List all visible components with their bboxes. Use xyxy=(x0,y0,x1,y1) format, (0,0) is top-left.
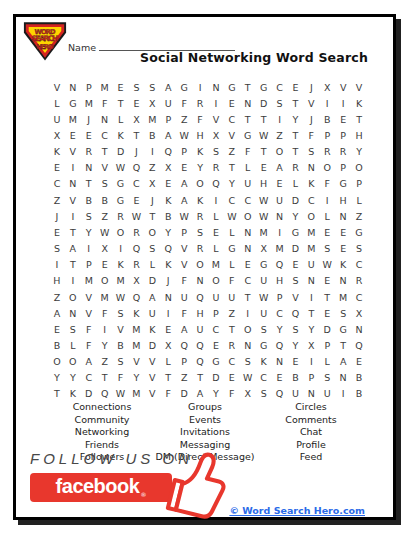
grid-cell: E xyxy=(81,127,97,143)
grid-cell: X xyxy=(49,127,65,143)
registered-mark-icon: ® xyxy=(140,491,146,498)
grid-cell: D xyxy=(144,337,160,353)
grid-cell: Y xyxy=(160,224,176,240)
grid-cell: O xyxy=(240,208,256,224)
grid-cell: W xyxy=(128,208,144,224)
grid-cell: S xyxy=(113,354,129,370)
grid-cell: Y xyxy=(192,160,208,176)
grid-cell: B xyxy=(160,208,176,224)
grid-cell: E xyxy=(208,337,224,353)
grid-cell: O xyxy=(49,354,65,370)
grid-cell: F xyxy=(303,127,319,143)
grid-cell: D xyxy=(287,192,303,208)
grid-cell: F xyxy=(319,176,335,192)
grid-cell: B xyxy=(97,192,113,208)
grid-cell: C xyxy=(351,257,367,273)
grid-cell: M xyxy=(303,240,319,256)
grid-cell: M xyxy=(335,289,351,305)
grid-cell: R xyxy=(81,144,97,160)
grid-cell: R xyxy=(319,144,335,160)
grid-cell: L xyxy=(208,208,224,224)
grid-cell: W xyxy=(176,127,192,143)
grid-cell: B xyxy=(49,337,65,353)
grid-cell: T xyxy=(224,321,240,337)
grid-cell: V xyxy=(303,95,319,111)
grid-cell: E xyxy=(272,176,288,192)
grid-cell: Q xyxy=(208,176,224,192)
grid-cell: Q xyxy=(272,257,288,273)
grid-cell: N xyxy=(303,273,319,289)
grid-cell: A xyxy=(160,127,176,143)
grid-cell: P xyxy=(303,370,319,386)
grid-cell: J xyxy=(81,111,97,127)
grid-cell: A xyxy=(272,160,288,176)
grid-cell: N xyxy=(97,111,113,127)
grid-cell: E xyxy=(272,370,288,386)
grid-cell: Y xyxy=(128,370,144,386)
grid-cell: J xyxy=(144,192,160,208)
grid-cell: Z xyxy=(97,354,113,370)
grid-cell: S xyxy=(144,79,160,95)
grid-cell: Y xyxy=(287,208,303,224)
grid-cell: O xyxy=(272,144,288,160)
svg-text:HERO: HERO xyxy=(36,43,54,51)
grid-cell: Q xyxy=(272,337,288,353)
grid-cell: V xyxy=(208,111,224,127)
grid-cell: S xyxy=(287,321,303,337)
grid-cell: G xyxy=(256,79,272,95)
grid-cell: X xyxy=(160,337,176,353)
grid-cell: P xyxy=(176,224,192,240)
grid-cell: I xyxy=(272,224,288,240)
grid-cell: L xyxy=(113,111,129,127)
facebook-badge[interactable]: facebook ® xyxy=(30,473,172,502)
grid-cell: U xyxy=(272,192,288,208)
grid-cell: E xyxy=(49,321,65,337)
grid-cell: S xyxy=(144,240,160,256)
grid-cell: A xyxy=(144,289,160,305)
grid-cell: E xyxy=(160,176,176,192)
grid-cell: G xyxy=(113,176,129,192)
grid-cell: X xyxy=(144,176,160,192)
grid-cell: T xyxy=(113,95,129,111)
grid-cell: V xyxy=(287,289,303,305)
grid-cell: S xyxy=(351,240,367,256)
grid-cell: K xyxy=(160,257,176,273)
grid-cell: Y xyxy=(224,176,240,192)
grid-cell: M xyxy=(303,224,319,240)
grid-cell: R xyxy=(113,208,129,224)
grid-cell: O xyxy=(144,224,160,240)
grid-cell: T xyxy=(97,370,113,386)
grid-cell: G xyxy=(335,321,351,337)
grid-cell: Y xyxy=(272,321,288,337)
grid-cell: T xyxy=(144,208,160,224)
grid-cell: C xyxy=(81,370,97,386)
grid-cell: Z xyxy=(144,160,160,176)
grid-cell: K xyxy=(49,144,65,160)
grid-cell: V xyxy=(335,79,351,95)
grid-cell: G xyxy=(256,337,272,353)
grid-cell: F xyxy=(240,144,256,160)
grid-cell: U xyxy=(208,289,224,305)
grid-cell: S xyxy=(81,208,97,224)
grid-cell: K xyxy=(144,321,160,337)
grid-cell: U xyxy=(319,386,335,402)
grid-cell: S xyxy=(272,95,288,111)
grid-cell: Y xyxy=(49,370,65,386)
grid-cell: H xyxy=(351,127,367,143)
word-list-item: Chat xyxy=(249,426,373,439)
word-list-item: Feed xyxy=(249,451,373,464)
grid-cell: E xyxy=(224,95,240,111)
grid-cell: Q xyxy=(192,354,208,370)
grid-cell: R xyxy=(128,257,144,273)
grid-cell: O xyxy=(192,176,208,192)
grid-cell: T xyxy=(160,370,176,386)
grid-cell: Q xyxy=(287,305,303,321)
grid-cell: L xyxy=(224,224,240,240)
grid-cell: O xyxy=(65,354,81,370)
grid-cell: Q xyxy=(160,144,176,160)
grid-cell: M xyxy=(272,240,288,256)
grid-cell: E xyxy=(335,240,351,256)
grid-cell: F xyxy=(160,386,176,402)
grid-cell: E xyxy=(224,370,240,386)
grid-cell: R xyxy=(335,144,351,160)
grid-cell: E xyxy=(128,95,144,111)
grid-cell: E xyxy=(319,305,335,321)
grid-cell: L xyxy=(65,337,81,353)
grid-cell: V xyxy=(351,79,367,95)
grid-cell: R xyxy=(128,224,144,240)
grid-cell: R xyxy=(192,208,208,224)
grid-cell: O xyxy=(65,289,81,305)
grid-cell: T xyxy=(240,289,256,305)
grid-cell: T xyxy=(49,386,65,402)
grid-cell: M xyxy=(128,321,144,337)
grid-cell: V xyxy=(144,354,160,370)
grid-cell: B xyxy=(287,370,303,386)
grid-cell: M xyxy=(97,289,113,305)
grid-cell: I xyxy=(144,144,160,160)
grid-cell: I xyxy=(335,386,351,402)
grid-cell: D xyxy=(144,273,160,289)
grid-cell: E xyxy=(287,79,303,95)
grid-cell: Y xyxy=(65,370,81,386)
grid-cell: P xyxy=(176,144,192,160)
grid-cell: Q xyxy=(351,337,367,353)
grid-cell: V xyxy=(176,257,192,273)
grid-cell: A xyxy=(176,192,192,208)
grid-cell: L xyxy=(351,192,367,208)
word-list-item: Circles xyxy=(249,401,373,414)
grid-cell: I xyxy=(160,305,176,321)
grid-cell: H xyxy=(192,305,208,321)
grid-cell: O xyxy=(303,208,319,224)
grid-cell: D xyxy=(81,386,97,402)
grid-cell: W xyxy=(113,289,129,305)
grid-cell: T xyxy=(240,79,256,95)
grid-cell: I xyxy=(81,240,97,256)
grid-cell: L xyxy=(160,354,176,370)
word-list-item: Comments xyxy=(249,414,373,427)
grid-cell: M xyxy=(128,337,144,353)
facebook-label: facebook xyxy=(56,476,140,499)
grid-cell: K xyxy=(192,144,208,160)
grid-cell: I xyxy=(335,95,351,111)
grid-cell: M xyxy=(65,111,81,127)
grid-cell: I xyxy=(65,208,81,224)
grid-cell: N xyxy=(65,305,81,321)
grid-cell: N xyxy=(303,160,319,176)
grid-cell: I xyxy=(319,95,335,111)
grid-cell: C xyxy=(256,370,272,386)
grid-cell: Y xyxy=(351,144,367,160)
grid-cell: G xyxy=(113,192,129,208)
grid-cell: A xyxy=(81,354,97,370)
grid-cell: O xyxy=(192,257,208,273)
grid-cell: K xyxy=(128,305,144,321)
grid-cell: E xyxy=(319,273,335,289)
grid-cell: X xyxy=(303,337,319,353)
grid-cell: D xyxy=(113,144,129,160)
grid-cell: N xyxy=(240,95,256,111)
grid-cell: E xyxy=(256,160,272,176)
grid-cell: U xyxy=(256,273,272,289)
grid-cell: E xyxy=(240,257,256,273)
grid-cell: W xyxy=(256,192,272,208)
grid-cell: Q xyxy=(128,289,144,305)
grid-cell: I xyxy=(303,354,319,370)
grid-cell: L xyxy=(319,354,335,370)
grid-cell: B xyxy=(81,192,97,208)
grid-cell: H xyxy=(256,176,272,192)
grid-cell: T xyxy=(192,370,208,386)
grid-cell: B xyxy=(113,337,129,353)
grid-cell: S xyxy=(113,305,129,321)
grid-cell: Q xyxy=(192,337,208,353)
grid-cell: I xyxy=(113,240,129,256)
grid-cell: Z xyxy=(176,370,192,386)
grid-cell: D xyxy=(256,95,272,111)
grid-cell: P xyxy=(335,160,351,176)
page-frame: WORD SEARCH HERO Name Social Networking … xyxy=(13,14,396,520)
grid-cell: Y xyxy=(97,337,113,353)
grid-cell: L xyxy=(319,208,335,224)
grid-cell: P xyxy=(81,257,97,273)
grid-cell: S xyxy=(192,224,208,240)
grid-cell: T xyxy=(65,257,81,273)
grid-cell: C xyxy=(97,127,113,143)
grid-cell: T xyxy=(256,144,272,160)
grid-cell: B xyxy=(351,386,367,402)
grid-cell: Q xyxy=(97,386,113,402)
grid-cell: F xyxy=(113,370,129,386)
grid-cell: O xyxy=(240,321,256,337)
grid-cell: F xyxy=(97,305,113,321)
grid-cell: V xyxy=(49,79,65,95)
grid-cell: J xyxy=(49,208,65,224)
grid-cell: T xyxy=(65,224,81,240)
grid-cell: I xyxy=(240,305,256,321)
grid-cell: V xyxy=(144,386,160,402)
grid-cell: H xyxy=(272,273,288,289)
grid-cell: N xyxy=(240,240,256,256)
grid-cell: L xyxy=(49,95,65,111)
grid-cell: E xyxy=(65,127,81,143)
grid-cell: F xyxy=(81,321,97,337)
grid-cell: B xyxy=(144,127,160,143)
grid-cell: N xyxy=(335,208,351,224)
grid-cell: P xyxy=(319,337,335,353)
grid-cell: E xyxy=(287,354,303,370)
grid-cell: I xyxy=(208,192,224,208)
grid-cell: C xyxy=(272,305,288,321)
grid-cell: O xyxy=(113,224,129,240)
grid-cell: L xyxy=(144,257,160,273)
grid-cell: Q xyxy=(128,240,144,256)
grid-cell: X xyxy=(144,95,160,111)
word-list-column-3: CirclesCommentsChatProfileFeed xyxy=(249,401,373,464)
grid-cell: C xyxy=(224,354,240,370)
grid-cell: G xyxy=(208,354,224,370)
grid-cell: T xyxy=(303,305,319,321)
grid-cell: K xyxy=(192,192,208,208)
grid-cell: U xyxy=(287,386,303,402)
grid-cell: W xyxy=(176,208,192,224)
grid-cell: H xyxy=(192,127,208,143)
grid-cell: F xyxy=(192,111,208,127)
grid-cell: K xyxy=(113,257,129,273)
grid-cell: X xyxy=(128,111,144,127)
grid-cell: R xyxy=(287,160,303,176)
grid-cell: P xyxy=(335,127,351,143)
grid-cell: U xyxy=(224,289,240,305)
grid-cell: E xyxy=(128,192,144,208)
grid-cell: P xyxy=(208,305,224,321)
grid-cell: N xyxy=(65,79,81,95)
grid-cell: X xyxy=(240,386,256,402)
grid-cell: N xyxy=(65,176,81,192)
grid-cell: S xyxy=(319,240,335,256)
grid-cell: U xyxy=(303,257,319,273)
grid-cell: C xyxy=(272,79,288,95)
grid-cell: G xyxy=(351,224,367,240)
grid-cell: C xyxy=(224,111,240,127)
grid-cell: Z xyxy=(224,144,240,160)
grid-cell: T xyxy=(224,160,240,176)
grid-cell: F xyxy=(176,273,192,289)
grid-cell: E xyxy=(49,224,65,240)
grid-cell: W xyxy=(224,208,240,224)
grid-cell: V xyxy=(81,289,97,305)
grid-cell: D xyxy=(176,386,192,402)
grid-cell: V xyxy=(65,192,81,208)
grid-cell: F xyxy=(97,95,113,111)
grid-cell: M xyxy=(256,224,272,240)
grid-cell: Q xyxy=(160,240,176,256)
grid-cell: I xyxy=(49,257,65,273)
grid-cell: P xyxy=(160,111,176,127)
grid-cell: E xyxy=(287,257,303,273)
grid-cell: F xyxy=(81,337,97,353)
grid-cell: S xyxy=(65,321,81,337)
grid-cell: S xyxy=(97,176,113,192)
grid-cell: V xyxy=(224,127,240,143)
word-search-grid: VNPMESSAGINGTGCEJXVVLGMFTEXUFRIENDSTVIIK… xyxy=(49,79,367,402)
grid-cell: N xyxy=(192,273,208,289)
grid-cell: Q xyxy=(176,337,192,353)
grid-cell: N xyxy=(240,224,256,240)
grid-cell: X xyxy=(160,160,176,176)
grid-cell: N xyxy=(208,79,224,95)
grid-cell: T xyxy=(240,111,256,127)
grid-cell: C xyxy=(49,176,65,192)
grid-cell: U xyxy=(49,111,65,127)
grid-cell: M xyxy=(128,386,144,402)
grid-cell: X xyxy=(351,305,367,321)
grid-cell: I xyxy=(65,160,81,176)
grid-cell: I xyxy=(192,79,208,95)
grid-cell: T xyxy=(351,111,367,127)
grid-cell: Z xyxy=(49,192,65,208)
grid-cell: C xyxy=(240,192,256,208)
grid-cell: K xyxy=(335,257,351,273)
grid-cell: V xyxy=(128,354,144,370)
grid-cell: T xyxy=(287,127,303,143)
grid-cell: W xyxy=(256,208,272,224)
grid-cell: P xyxy=(81,79,97,95)
grid-cell: F xyxy=(224,386,240,402)
grid-cell: X xyxy=(256,240,272,256)
grid-cell: M xyxy=(144,111,160,127)
grid-cell: J xyxy=(128,144,144,160)
grid-cell: H xyxy=(49,273,65,289)
grid-cell: C xyxy=(208,321,224,337)
grid-cell: V xyxy=(65,144,81,160)
grid-cell: O xyxy=(97,273,113,289)
grid-cell: S xyxy=(208,144,224,160)
grid-cell: D xyxy=(287,240,303,256)
copyright-link[interactable]: © Word Search Hero.com xyxy=(229,505,365,516)
grid-cell: O xyxy=(319,160,335,176)
grid-cell: Z xyxy=(224,305,240,321)
grid-cell: C xyxy=(351,289,367,305)
grid-cell: X xyxy=(128,273,144,289)
grid-cell: I xyxy=(319,192,335,208)
grid-cell: K xyxy=(256,354,272,370)
grid-cell: T xyxy=(287,144,303,160)
grid-cell: W xyxy=(97,224,113,240)
grid-cell: L xyxy=(208,240,224,256)
grid-cell: D xyxy=(208,370,224,386)
grid-cell: Z xyxy=(351,208,367,224)
grid-cell: T xyxy=(319,289,335,305)
grid-cell: E xyxy=(97,257,113,273)
grid-cell: S xyxy=(287,273,303,289)
grid-cell: Y xyxy=(208,386,224,402)
grid-cell: N xyxy=(272,354,288,370)
grid-cell: S xyxy=(256,321,272,337)
grid-cell: A xyxy=(65,240,81,256)
grid-cell: Q xyxy=(192,289,208,305)
grid-cell: L xyxy=(240,160,256,176)
grid-cell: V xyxy=(113,321,129,337)
grid-cell: Y xyxy=(81,224,97,240)
name-label: Name xyxy=(68,42,96,53)
grid-cell: W xyxy=(113,386,129,402)
